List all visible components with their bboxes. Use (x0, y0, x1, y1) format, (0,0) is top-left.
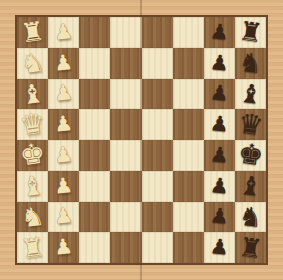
square[interactable] (142, 79, 173, 110)
square[interactable] (173, 79, 204, 110)
black-king[interactable]: ♚ (236, 140, 265, 171)
square[interactable]: ♟ (204, 79, 235, 110)
chess-set-photo: ♜♟♟♜♞♟♟♞♝♟♟♝♛♟♟♛♚♟♟♚♝♟♟♝♞♟♟♞♜♟♟♜ (0, 0, 283, 280)
square[interactable]: ♟ (204, 17, 235, 48)
square[interactable] (110, 17, 141, 48)
square[interactable] (142, 140, 173, 171)
square[interactable] (173, 140, 204, 171)
square[interactable]: ♝ (235, 79, 266, 110)
white-pawn[interactable]: ♟ (53, 113, 74, 136)
square[interactable] (173, 109, 204, 140)
white-pawn[interactable]: ♟ (53, 236, 74, 259)
square[interactable]: ♜ (17, 17, 48, 48)
square[interactable] (79, 17, 110, 48)
square[interactable] (142, 232, 173, 263)
square[interactable] (110, 79, 141, 110)
square[interactable]: ♝ (235, 171, 266, 202)
square[interactable]: ♞ (235, 48, 266, 79)
square[interactable]: ♞ (235, 202, 266, 233)
square[interactable] (142, 48, 173, 79)
black-pawn[interactable]: ♟ (209, 206, 230, 229)
square[interactable] (173, 17, 204, 48)
square[interactable] (173, 232, 204, 263)
black-pawn[interactable]: ♟ (209, 83, 230, 106)
square[interactable] (173, 202, 204, 233)
square[interactable]: ♝ (17, 79, 48, 110)
square[interactable]: ♟ (204, 109, 235, 140)
black-pawn[interactable]: ♟ (209, 236, 230, 259)
black-knight[interactable]: ♞ (237, 49, 264, 78)
white-pawn[interactable]: ♟ (53, 144, 74, 167)
white-rook[interactable]: ♜ (19, 18, 46, 47)
square[interactable] (110, 109, 141, 140)
black-bishop[interactable]: ♝ (237, 79, 264, 108)
white-pawn[interactable]: ♟ (53, 206, 74, 229)
white-pawn[interactable]: ♟ (53, 175, 74, 198)
square[interactable] (79, 48, 110, 79)
white-knight[interactable]: ♞ (19, 202, 46, 231)
square[interactable]: ♟ (48, 48, 79, 79)
square[interactable]: ♟ (48, 17, 79, 48)
square[interactable] (110, 171, 141, 202)
black-rook[interactable]: ♜ (237, 233, 264, 262)
white-pawn[interactable]: ♟ (53, 52, 74, 75)
square[interactable]: ♝ (17, 171, 48, 202)
black-pawn[interactable]: ♟ (209, 21, 230, 44)
square[interactable]: ♛ (17, 109, 48, 140)
square[interactable] (142, 202, 173, 233)
square[interactable]: ♟ (48, 79, 79, 110)
white-rook[interactable]: ♜ (19, 233, 46, 262)
square[interactable]: ♜ (235, 17, 266, 48)
black-pawn[interactable]: ♟ (209, 113, 230, 136)
square[interactable] (142, 171, 173, 202)
white-pawn[interactable]: ♟ (53, 83, 74, 106)
chess-board[interactable]: ♜♟♟♜♞♟♟♞♝♟♟♝♛♟♟♛♚♟♟♚♝♟♟♝♞♟♟♞♜♟♟♜ (15, 15, 268, 265)
square[interactable] (173, 48, 204, 79)
square[interactable] (79, 171, 110, 202)
square[interactable]: ♟ (204, 232, 235, 263)
square[interactable] (110, 232, 141, 263)
square[interactable]: ♟ (204, 140, 235, 171)
square[interactable]: ♟ (48, 171, 79, 202)
white-knight[interactable]: ♞ (19, 49, 46, 78)
square[interactable] (110, 48, 141, 79)
white-king[interactable]: ♚ (18, 140, 47, 171)
square[interactable]: ♜ (17, 232, 48, 263)
white-bishop[interactable]: ♝ (19, 172, 46, 201)
square[interactable] (110, 140, 141, 171)
square[interactable]: ♟ (48, 202, 79, 233)
black-pawn[interactable]: ♟ (209, 144, 230, 167)
square[interactable]: ♟ (48, 109, 79, 140)
square[interactable]: ♞ (17, 202, 48, 233)
square[interactable] (79, 79, 110, 110)
square[interactable]: ♟ (204, 171, 235, 202)
black-knight[interactable]: ♞ (237, 202, 264, 231)
square[interactable] (173, 171, 204, 202)
square[interactable]: ♟ (48, 140, 79, 171)
square[interactable]: ♜ (235, 232, 266, 263)
square[interactable]: ♚ (235, 140, 266, 171)
square[interactable]: ♟ (204, 202, 235, 233)
black-bishop[interactable]: ♝ (237, 172, 264, 201)
black-rook[interactable]: ♜ (237, 18, 264, 47)
white-pawn[interactable]: ♟ (53, 21, 74, 44)
square[interactable] (79, 232, 110, 263)
white-bishop[interactable]: ♝ (19, 79, 46, 108)
square[interactable]: ♟ (204, 48, 235, 79)
square[interactable] (142, 109, 173, 140)
square[interactable]: ♚ (17, 140, 48, 171)
black-pawn[interactable]: ♟ (209, 175, 230, 198)
square[interactable]: ♟ (48, 232, 79, 263)
square[interactable] (142, 17, 173, 48)
black-pawn[interactable]: ♟ (209, 52, 230, 75)
square[interactable] (79, 140, 110, 171)
square[interactable] (79, 202, 110, 233)
square[interactable] (79, 109, 110, 140)
square[interactable] (110, 202, 141, 233)
square[interactable]: ♞ (17, 48, 48, 79)
